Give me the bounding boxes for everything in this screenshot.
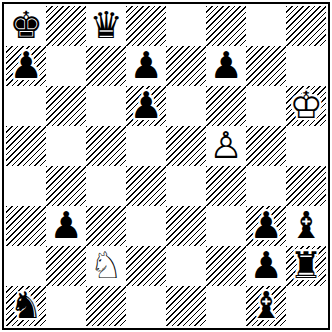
square-d3[interactable] xyxy=(126,206,166,246)
square-d4[interactable] xyxy=(126,166,166,206)
black-pawn-g2[interactable]: ♟ xyxy=(246,246,286,286)
square-g8[interactable] xyxy=(246,6,286,46)
board-frame: ♚♛♟♟♟♟♚♔♟♙♟♟♝♞♘♟♜♞♝ xyxy=(2,2,330,330)
square-d2[interactable] xyxy=(126,246,166,286)
square-e8[interactable] xyxy=(166,6,206,46)
square-e2[interactable] xyxy=(166,246,206,286)
square-f2[interactable] xyxy=(206,246,246,286)
square-e6[interactable] xyxy=(166,86,206,126)
square-g7[interactable] xyxy=(246,46,286,86)
square-f1[interactable] xyxy=(206,286,246,326)
black-pawn-a7[interactable]: ♟ xyxy=(6,46,46,86)
square-h1[interactable] xyxy=(286,286,326,326)
square-g2[interactable]: ♟ xyxy=(246,246,286,286)
black-pawn-f7[interactable]: ♟ xyxy=(206,46,246,86)
chess-board: ♚♛♟♟♟♟♚♔♟♙♟♟♝♞♘♟♜♞♝ xyxy=(6,6,326,326)
black-rook-h2[interactable]: ♜ xyxy=(286,246,326,286)
black-bishop-h3[interactable]: ♝ xyxy=(286,206,326,246)
square-g6[interactable] xyxy=(246,86,286,126)
square-g5[interactable] xyxy=(246,126,286,166)
white-pawn-f5[interactable]: ♟♙ xyxy=(206,126,246,166)
square-c3[interactable] xyxy=(86,206,126,246)
black-bishop-g1[interactable]: ♝ xyxy=(246,286,286,326)
square-h3[interactable]: ♝ xyxy=(286,206,326,246)
square-d8[interactable] xyxy=(126,6,166,46)
white-pawn-outline-layer: ♙ xyxy=(206,126,246,166)
square-a2[interactable] xyxy=(6,246,46,286)
square-f8[interactable] xyxy=(206,6,246,46)
square-d7[interactable]: ♟ xyxy=(126,46,166,86)
square-e1[interactable] xyxy=(166,286,206,326)
square-f5[interactable]: ♟♙ xyxy=(206,126,246,166)
square-a8[interactable]: ♚ xyxy=(6,6,46,46)
square-d5[interactable] xyxy=(126,126,166,166)
white-king-outline-layer: ♔ xyxy=(286,86,326,126)
square-h8[interactable] xyxy=(286,6,326,46)
square-c5[interactable] xyxy=(86,126,126,166)
square-e3[interactable] xyxy=(166,206,206,246)
black-pawn-d7[interactable]: ♟ xyxy=(126,46,166,86)
square-e4[interactable] xyxy=(166,166,206,206)
white-knight-c2[interactable]: ♞♘ xyxy=(86,246,126,286)
square-b3[interactable]: ♟ xyxy=(46,206,86,246)
square-d1[interactable] xyxy=(126,286,166,326)
black-queen-c8[interactable]: ♛ xyxy=(86,6,126,46)
square-f6[interactable] xyxy=(206,86,246,126)
square-a5[interactable] xyxy=(6,126,46,166)
square-a7[interactable]: ♟ xyxy=(6,46,46,86)
black-pawn-b3[interactable]: ♟ xyxy=(46,206,86,246)
square-d6[interactable]: ♟ xyxy=(126,86,166,126)
square-b4[interactable] xyxy=(46,166,86,206)
square-g1[interactable]: ♝ xyxy=(246,286,286,326)
square-g4[interactable] xyxy=(246,166,286,206)
square-f7[interactable]: ♟ xyxy=(206,46,246,86)
square-f3[interactable] xyxy=(206,206,246,246)
square-c1[interactable] xyxy=(86,286,126,326)
square-h6[interactable]: ♚♔ xyxy=(286,86,326,126)
square-h7[interactable] xyxy=(286,46,326,86)
square-e7[interactable] xyxy=(166,46,206,86)
square-e5[interactable] xyxy=(166,126,206,166)
square-b2[interactable] xyxy=(46,246,86,286)
square-h2[interactable]: ♜ xyxy=(286,246,326,286)
square-c6[interactable] xyxy=(86,86,126,126)
black-knight-a1[interactable]: ♞ xyxy=(6,286,46,326)
square-h5[interactable] xyxy=(286,126,326,166)
square-b7[interactable] xyxy=(46,46,86,86)
black-king-a8[interactable]: ♚ xyxy=(6,6,46,46)
square-c7[interactable] xyxy=(86,46,126,86)
square-b5[interactable] xyxy=(46,126,86,166)
square-h4[interactable] xyxy=(286,166,326,206)
square-b8[interactable] xyxy=(46,6,86,46)
square-f4[interactable] xyxy=(206,166,246,206)
square-a6[interactable] xyxy=(6,86,46,126)
white-king-h6[interactable]: ♚♔ xyxy=(286,86,326,126)
square-g3[interactable]: ♟ xyxy=(246,206,286,246)
square-a4[interactable] xyxy=(6,166,46,206)
square-b6[interactable] xyxy=(46,86,86,126)
square-c4[interactable] xyxy=(86,166,126,206)
square-b1[interactable] xyxy=(46,286,86,326)
square-c8[interactable]: ♛ xyxy=(86,6,126,46)
white-knight-outline-layer: ♘ xyxy=(86,246,126,286)
square-c2[interactable]: ♞♘ xyxy=(86,246,126,286)
black-pawn-g3[interactable]: ♟ xyxy=(246,206,286,246)
square-a1[interactable]: ♞ xyxy=(6,286,46,326)
black-pawn-d6[interactable]: ♟ xyxy=(126,86,166,126)
square-a3[interactable] xyxy=(6,206,46,246)
